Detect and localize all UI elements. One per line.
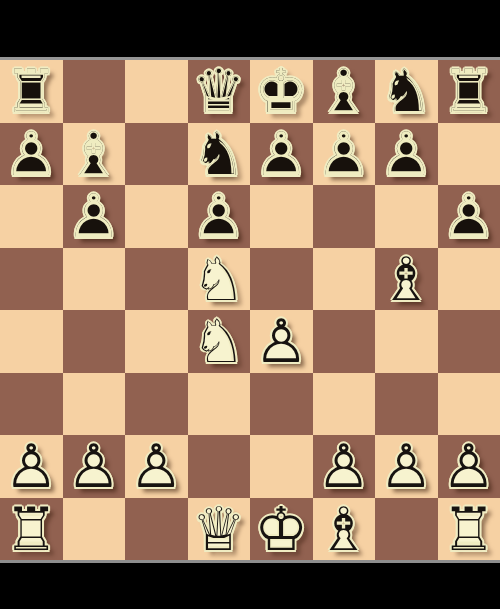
piece-detail-layer: ♙ <box>0 435 63 498</box>
piece-detail-layer: ♙ <box>0 123 63 186</box>
piece-white-pawn-h2[interactable]: ♟♙ <box>438 435 500 498</box>
square-g8[interactable]: ♞♘ <box>375 60 438 123</box>
piece-black-pawn-h6[interactable]: ♟♙ <box>438 185 500 248</box>
piece-black-pawn-g7[interactable]: ♟♙ <box>375 123 438 186</box>
square-g6[interactable] <box>375 185 438 248</box>
square-c6[interactable] <box>125 185 188 248</box>
piece-detail-layer: ♖ <box>0 60 63 123</box>
square-h6[interactable]: ♟♙ <box>438 185 500 248</box>
piece-detail-layer: ♔ <box>250 60 313 123</box>
piece-white-bishop-f1[interactable]: ♝♗ <box>313 498 376 561</box>
square-d8[interactable]: ♛♕ <box>188 60 251 123</box>
square-h5[interactable] <box>438 248 500 311</box>
piece-detail-layer: ♗ <box>313 60 376 123</box>
square-d7[interactable]: ♞♘ <box>188 123 251 186</box>
square-a2[interactable]: ♟♙ <box>0 435 63 498</box>
piece-black-pawn-f7[interactable]: ♟♙ <box>313 123 376 186</box>
piece-detail-layer: ♙ <box>438 435 500 498</box>
piece-detail-layer: ♔ <box>250 498 313 561</box>
piece-silhouette-layer: ♟ <box>125 435 188 498</box>
square-h2[interactable]: ♟♙ <box>438 435 500 498</box>
square-e6[interactable] <box>250 185 313 248</box>
square-h4[interactable] <box>438 310 500 373</box>
square-e4[interactable]: ♟♙ <box>250 310 313 373</box>
piece-silhouette-layer: ♟ <box>63 435 126 498</box>
piece-silhouette-layer: ♞ <box>188 123 251 186</box>
piece-silhouette-layer: ♞ <box>188 248 251 311</box>
square-f2[interactable]: ♟♙ <box>313 435 376 498</box>
piece-white-rook-a1[interactable]: ♜♖ <box>0 498 63 561</box>
piece-detail-layer: ♖ <box>0 498 63 561</box>
square-d5[interactable]: ♞♘ <box>188 248 251 311</box>
piece-white-king-e1[interactable]: ♚♔ <box>250 498 313 561</box>
piece-silhouette-layer: ♝ <box>313 60 376 123</box>
piece-silhouette-layer: ♟ <box>63 185 126 248</box>
piece-black-queen-d8[interactable]: ♛♕ <box>188 60 251 123</box>
piece-silhouette-layer: ♝ <box>63 123 126 186</box>
piece-white-rook-h1[interactable]: ♜♖ <box>438 498 500 561</box>
piece-silhouette-layer: ♟ <box>438 435 500 498</box>
piece-silhouette-layer: ♜ <box>438 60 500 123</box>
piece-silhouette-layer: ♛ <box>188 60 251 123</box>
piece-white-pawn-g2[interactable]: ♟♙ <box>375 435 438 498</box>
piece-silhouette-layer: ♞ <box>188 310 251 373</box>
piece-detail-layer: ♘ <box>188 310 251 373</box>
square-b7[interactable]: ♝♗ <box>63 123 126 186</box>
piece-silhouette-layer: ♟ <box>0 123 63 186</box>
square-g7[interactable]: ♟♙ <box>375 123 438 186</box>
piece-silhouette-layer: ♜ <box>438 498 500 561</box>
piece-detail-layer: ♖ <box>438 498 500 561</box>
square-c7[interactable] <box>125 123 188 186</box>
square-d3[interactable] <box>188 373 251 436</box>
piece-white-bishop-g5[interactable]: ♝♗ <box>375 248 438 311</box>
square-f1[interactable]: ♝♗ <box>313 498 376 561</box>
square-b1[interactable] <box>63 498 126 561</box>
piece-white-knight-d5[interactable]: ♞♘ <box>188 248 251 311</box>
piece-detail-layer: ♙ <box>438 185 500 248</box>
piece-detail-layer: ♙ <box>250 310 313 373</box>
piece-detail-layer: ♙ <box>375 123 438 186</box>
square-f5[interactable] <box>313 248 376 311</box>
piece-detail-layer: ♙ <box>125 435 188 498</box>
piece-white-pawn-b2[interactable]: ♟♙ <box>63 435 126 498</box>
square-d1[interactable]: ♛♕ <box>188 498 251 561</box>
piece-white-pawn-a2[interactable]: ♟♙ <box>0 435 63 498</box>
piece-black-knight-d7[interactable]: ♞♘ <box>188 123 251 186</box>
square-d2[interactable] <box>188 435 251 498</box>
square-e3[interactable] <box>250 373 313 436</box>
square-e8[interactable]: ♚♔ <box>250 60 313 123</box>
board-frame: ♜♖♛♕♚♔♝♗♞♘♜♖♟♙♝♗♞♘♟♙♟♙♟♙♟♙♟♙♟♙♞♘♝♗♞♘♟♙♟♙… <box>0 57 500 563</box>
piece-black-pawn-e7[interactable]: ♟♙ <box>250 123 313 186</box>
piece-silhouette-layer: ♜ <box>0 60 63 123</box>
piece-silhouette-layer: ♛ <box>188 498 251 561</box>
piece-black-king-e8[interactable]: ♚♔ <box>250 60 313 123</box>
screen: { "game": "chess", "position": { "fen": … <box>0 0 500 609</box>
piece-detail-layer: ♙ <box>63 185 126 248</box>
piece-silhouette-layer: ♟ <box>375 123 438 186</box>
piece-silhouette-layer: ♚ <box>250 60 313 123</box>
square-c1[interactable] <box>125 498 188 561</box>
piece-silhouette-layer: ♟ <box>313 123 376 186</box>
piece-black-rook-h8[interactable]: ♜♖ <box>438 60 500 123</box>
square-f8[interactable]: ♝♗ <box>313 60 376 123</box>
square-c4[interactable] <box>125 310 188 373</box>
square-b6[interactable]: ♟♙ <box>63 185 126 248</box>
square-b8[interactable] <box>63 60 126 123</box>
piece-black-pawn-a7[interactable]: ♟♙ <box>0 123 63 186</box>
piece-silhouette-layer: ♝ <box>313 498 376 561</box>
piece-detail-layer: ♙ <box>313 123 376 186</box>
piece-detail-layer: ♘ <box>188 123 251 186</box>
piece-silhouette-layer: ♜ <box>0 498 63 561</box>
square-b5[interactable] <box>63 248 126 311</box>
piece-black-rook-a8[interactable]: ♜♖ <box>0 60 63 123</box>
square-g3[interactable] <box>375 373 438 436</box>
piece-white-pawn-e4[interactable]: ♟♙ <box>250 310 313 373</box>
square-e5[interactable] <box>250 248 313 311</box>
square-e7[interactable]: ♟♙ <box>250 123 313 186</box>
square-d6[interactable]: ♟♙ <box>188 185 251 248</box>
piece-black-knight-g8[interactable]: ♞♘ <box>375 60 438 123</box>
piece-silhouette-layer: ♟ <box>188 185 251 248</box>
piece-silhouette-layer: ♞ <box>375 60 438 123</box>
square-c8[interactable] <box>125 60 188 123</box>
square-f6[interactable] <box>313 185 376 248</box>
square-d4[interactable]: ♞♘ <box>188 310 251 373</box>
piece-detail-layer: ♙ <box>188 185 251 248</box>
square-f7[interactable]: ♟♙ <box>313 123 376 186</box>
square-e2[interactable] <box>250 435 313 498</box>
piece-detail-layer: ♖ <box>438 60 500 123</box>
square-a1[interactable]: ♜♖ <box>0 498 63 561</box>
square-b4[interactable] <box>63 310 126 373</box>
square-c2[interactable]: ♟♙ <box>125 435 188 498</box>
square-c3[interactable] <box>125 373 188 436</box>
square-b3[interactable] <box>63 373 126 436</box>
square-g5[interactable]: ♝♗ <box>375 248 438 311</box>
piece-black-pawn-b6[interactable]: ♟♙ <box>63 185 126 248</box>
piece-black-bishop-b7[interactable]: ♝♗ <box>63 123 126 186</box>
piece-white-knight-d4[interactable]: ♞♘ <box>188 310 251 373</box>
square-a3[interactable] <box>0 373 63 436</box>
piece-silhouette-layer: ♝ <box>375 248 438 311</box>
piece-silhouette-layer: ♟ <box>250 310 313 373</box>
square-a4[interactable] <box>0 310 63 373</box>
square-f3[interactable] <box>313 373 376 436</box>
square-f4[interactable] <box>313 310 376 373</box>
square-a5[interactable] <box>0 248 63 311</box>
chess-board: ♜♖♛♕♚♔♝♗♞♘♜♖♟♙♝♗♞♘♟♙♟♙♟♙♟♙♟♙♟♙♞♘♝♗♞♘♟♙♟♙… <box>0 60 500 560</box>
square-a6[interactable] <box>0 185 63 248</box>
piece-detail-layer: ♙ <box>375 435 438 498</box>
square-h3[interactable] <box>438 373 500 436</box>
piece-black-pawn-d6[interactable]: ♟♙ <box>188 185 251 248</box>
square-h8[interactable]: ♜♖ <box>438 60 500 123</box>
square-g2[interactable]: ♟♙ <box>375 435 438 498</box>
piece-detail-layer: ♘ <box>188 248 251 311</box>
piece-white-queen-d1[interactable]: ♛♕ <box>188 498 251 561</box>
piece-silhouette-layer: ♟ <box>375 435 438 498</box>
piece-white-pawn-c2[interactable]: ♟♙ <box>125 435 188 498</box>
piece-silhouette-layer: ♚ <box>250 498 313 561</box>
piece-black-bishop-f8[interactable]: ♝♗ <box>313 60 376 123</box>
square-b2[interactable]: ♟♙ <box>63 435 126 498</box>
piece-silhouette-layer: ♟ <box>0 435 63 498</box>
piece-silhouette-layer: ♟ <box>313 435 376 498</box>
piece-silhouette-layer: ♟ <box>438 185 500 248</box>
piece-detail-layer: ♘ <box>375 60 438 123</box>
piece-detail-layer: ♙ <box>313 435 376 498</box>
piece-detail-layer: ♙ <box>63 435 126 498</box>
square-h1[interactable]: ♜♖ <box>438 498 500 561</box>
square-a7[interactable]: ♟♙ <box>0 123 63 186</box>
square-c5[interactable] <box>125 248 188 311</box>
square-g1[interactable] <box>375 498 438 561</box>
chess-app: ♜♖♛♕♚♔♝♗♞♘♜♖♟♙♝♗♞♘♟♙♟♙♟♙♟♙♟♙♟♙♞♘♝♗♞♘♟♙♟♙… <box>0 57 500 609</box>
piece-detail-layer: ♗ <box>375 248 438 311</box>
square-a8[interactable]: ♜♖ <box>0 60 63 123</box>
piece-detail-layer: ♙ <box>250 123 313 186</box>
piece-detail-layer: ♕ <box>188 498 251 561</box>
piece-detail-layer: ♗ <box>63 123 126 186</box>
piece-silhouette-layer: ♟ <box>250 123 313 186</box>
square-g4[interactable] <box>375 310 438 373</box>
piece-white-pawn-f2[interactable]: ♟♙ <box>313 435 376 498</box>
piece-detail-layer: ♗ <box>313 498 376 561</box>
square-e1[interactable]: ♚♔ <box>250 498 313 561</box>
piece-detail-layer: ♕ <box>188 60 251 123</box>
square-h7[interactable] <box>438 123 500 186</box>
